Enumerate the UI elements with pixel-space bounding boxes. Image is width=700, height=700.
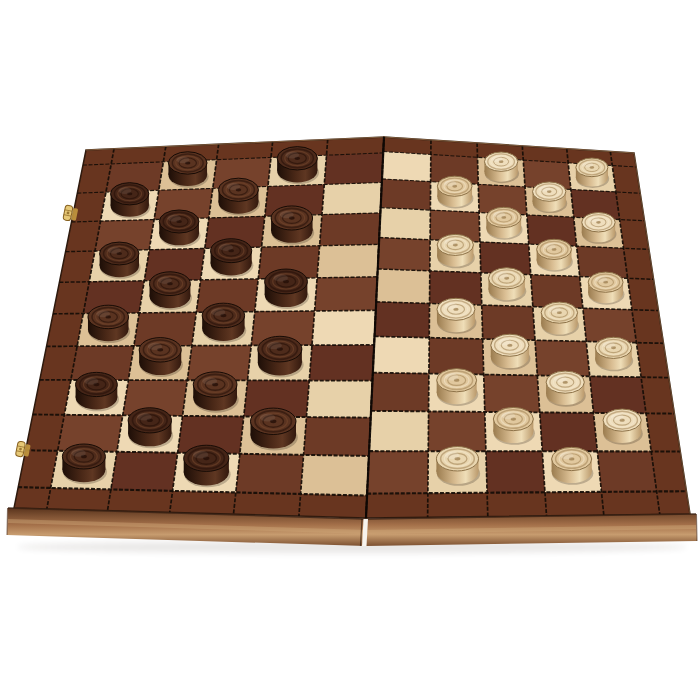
checker-dark-r3c0[interactable] <box>100 242 141 279</box>
checker-light-r6c9[interactable] <box>595 337 633 371</box>
square-r6c5[interactable] <box>373 336 429 373</box>
checker-dark-r5c2[interactable] <box>202 303 246 343</box>
square-r1c4[interactable] <box>322 182 382 214</box>
checker-light-r1c6[interactable] <box>437 176 473 208</box>
square-r0c4[interactable] <box>324 153 383 185</box>
square-r9c5[interactable] <box>367 451 428 494</box>
checker-light-r8c9[interactable] <box>603 409 643 445</box>
checker-light-r4c9[interactable] <box>588 272 624 305</box>
square-r0c5[interactable] <box>382 152 431 182</box>
square-r4c4[interactable] <box>315 277 378 311</box>
checker-dark-r1c0[interactable] <box>111 183 151 219</box>
square-r3c4[interactable] <box>317 244 379 277</box>
square-r4c5[interactable] <box>376 269 430 304</box>
checker-light-r8c7[interactable] <box>493 407 535 444</box>
checker-light-r9c8[interactable] <box>552 447 594 484</box>
checker-dark-r6c1[interactable] <box>139 338 183 377</box>
checker-light-r4c7[interactable] <box>488 268 526 302</box>
square-r8c5[interactable] <box>369 411 428 451</box>
checker-dark-r4c3[interactable] <box>265 269 309 309</box>
square-r3c5[interactable] <box>378 238 430 271</box>
checker-light-r5c6[interactable] <box>437 298 477 334</box>
checker-light-r3c8[interactable] <box>537 239 573 272</box>
square-r9c9[interactable] <box>597 451 656 492</box>
checker-light-r0c9[interactable] <box>576 158 609 188</box>
checker-dark-r7c2[interactable] <box>193 372 238 413</box>
square-r7c9[interactable] <box>590 376 646 413</box>
square-r2c5[interactable] <box>379 208 430 240</box>
checker-dark-r0c3[interactable] <box>277 147 319 185</box>
checker-dark-r2c3[interactable] <box>271 206 314 245</box>
square-r8c6[interactable] <box>428 411 486 451</box>
square-r8c8[interactable] <box>540 412 598 451</box>
checker-light-r7c6[interactable] <box>437 369 479 406</box>
checker-light-r9c6[interactable] <box>436 447 480 486</box>
square-r5c5[interactable] <box>375 302 430 338</box>
checker-light-r0c7[interactable] <box>484 152 519 183</box>
checker-dark-r5c0[interactable] <box>88 305 130 343</box>
square-r9c7[interactable] <box>486 451 545 492</box>
square-r7c4[interactable] <box>307 381 373 418</box>
checker-light-r7c8[interactable] <box>546 371 586 407</box>
checker-light-r1c8[interactable] <box>533 182 568 213</box>
checker-dark-r1c2[interactable] <box>218 178 260 215</box>
front-edge-end <box>697 514 698 541</box>
checker-light-r5c8[interactable] <box>541 302 579 336</box>
square-r1c5[interactable] <box>381 179 431 210</box>
square-r7c7[interactable] <box>484 375 540 413</box>
checker-dark-r3c2[interactable] <box>211 239 254 277</box>
square-r6c4[interactable] <box>309 345 374 381</box>
checker-dark-r9c2[interactable] <box>184 445 231 487</box>
board-photo-svg <box>0 0 700 700</box>
square-r9c3[interactable] <box>236 454 304 494</box>
checker-dark-r8c3[interactable] <box>250 408 297 450</box>
checker-dark-r6c3[interactable] <box>258 336 304 377</box>
checker-dark-r8c1[interactable] <box>128 408 173 448</box>
board-photo <box>0 0 700 700</box>
square-r9c1[interactable] <box>111 452 178 491</box>
square-r7c5[interactable] <box>371 373 429 412</box>
checker-dark-r7c0[interactable] <box>76 372 119 411</box>
checker-dark-r9c0[interactable] <box>62 444 107 484</box>
square-r8c4[interactable] <box>304 417 371 456</box>
square-r5c4[interactable] <box>312 310 376 345</box>
checker-light-r2c9[interactable] <box>582 213 617 244</box>
checker-light-r6c7[interactable] <box>491 334 531 370</box>
checker-dark-r0c1[interactable] <box>168 152 208 188</box>
checker-dark-r4c1[interactable] <box>150 272 192 310</box>
checker-light-r2c7[interactable] <box>486 207 522 239</box>
square-r2c4[interactable] <box>320 213 381 246</box>
square-r9c4[interactable] <box>301 455 369 496</box>
checker-light-r3c6[interactable] <box>437 234 475 268</box>
checker-dark-r2c1[interactable] <box>159 210 200 247</box>
front-edge-end <box>7 508 8 535</box>
